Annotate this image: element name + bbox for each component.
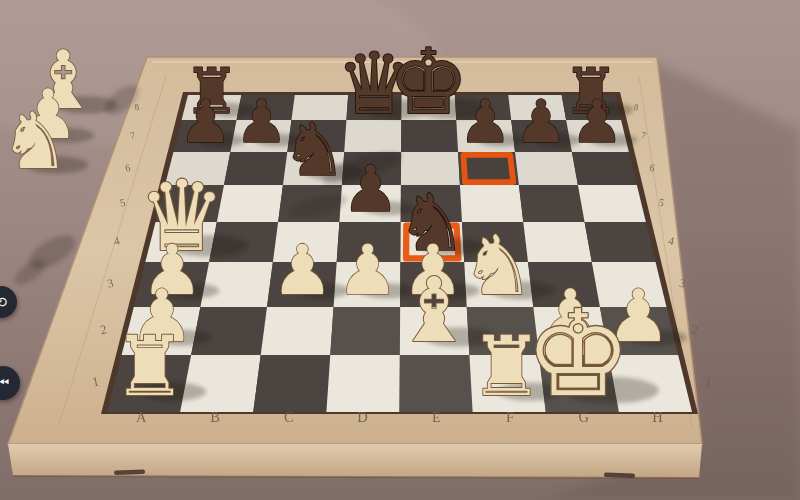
piece-white-pawn-d3[interactable]: ♟ <box>337 230 399 310</box>
skip-to-start-icon: ⏮ <box>0 375 9 391</box>
file-label-c: C <box>284 409 294 425</box>
piece-black-pawn-d5[interactable]: ♟ <box>342 152 399 226</box>
rotate-view-icon: ⟲ <box>0 294 7 310</box>
piece-white-rook-a1[interactable]: ♜ <box>113 318 187 415</box>
piece-black-pawn-b7[interactable]: ♟ <box>235 87 288 156</box>
square-g5[interactable] <box>519 185 585 222</box>
piece-black-pawn-h7[interactable]: ♟ <box>570 87 623 156</box>
square-h5[interactable] <box>578 185 646 222</box>
chess-3d-scene: ABCDEFGH1122334455667788 ♝♟♞ ♜♛♚♜♟♟♟♟♟♞♟… <box>0 0 800 500</box>
piece-white-bishop-e2[interactable]: ♝ <box>394 258 474 362</box>
file-label-d: D <box>357 409 367 425</box>
piece-black-pawn-a7[interactable]: ♟ <box>179 87 232 156</box>
captured-white-knight[interactable]: ♞ <box>0 96 70 186</box>
square-b5[interactable] <box>217 185 283 222</box>
square-h4[interactable] <box>585 222 656 262</box>
square-b1[interactable] <box>180 355 261 412</box>
piece-white-pawn-c3[interactable]: ♟ <box>272 230 334 310</box>
file-label-b: B <box>210 409 220 425</box>
piece-black-king-e8[interactable]: ♚ <box>388 30 469 134</box>
piece-black-pawn-f7[interactable]: ♟ <box>459 87 512 156</box>
square-c2[interactable] <box>261 307 334 355</box>
square-c1[interactable] <box>253 355 330 412</box>
square-b2[interactable] <box>191 307 267 355</box>
piece-white-king-g1[interactable]: ♚ <box>525 285 632 423</box>
square-f5[interactable] <box>460 185 523 222</box>
file-label-e: E <box>432 409 441 425</box>
file-label-h: H <box>652 409 663 425</box>
chess-board: ABCDEFGH1122334455667788 ♝♟♞ ♜♛♚♜♟♟♟♟♟♞♟… <box>0 0 800 500</box>
piece-black-pawn-g7[interactable]: ♟ <box>515 87 568 156</box>
piece-black-knight-c6[interactable]: ♞ <box>281 107 346 192</box>
